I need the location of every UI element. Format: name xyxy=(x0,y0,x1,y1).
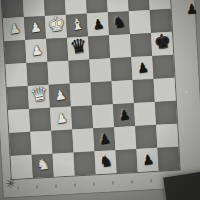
square-c1r3[interactable] xyxy=(4,40,26,64)
piece-black-q[interactable]: ♛ xyxy=(68,35,88,56)
square-c4r3[interactable]: ♛ xyxy=(67,37,89,61)
square-c5r6[interactable] xyxy=(92,104,114,128)
piece-white-p[interactable]: ♟ xyxy=(29,43,43,58)
square-c6r6[interactable]: ♟ xyxy=(113,103,135,127)
board-tilt-wrapper: ♟♟♚♝♟♞♟♛♚♟♛♟♟♟♟♞♞♟ ✳ · · · · xyxy=(0,0,200,197)
square-c2r6[interactable] xyxy=(29,108,51,132)
square-c6r7[interactable] xyxy=(114,126,136,150)
square-c3r5[interactable]: ♟ xyxy=(49,84,71,108)
piece-white-n[interactable]: ♞ xyxy=(35,156,51,173)
square-c2r5[interactable]: ♛ xyxy=(28,85,50,109)
piece-black-p[interactable]: ♟ xyxy=(117,107,131,122)
square-c3r7[interactable] xyxy=(51,130,73,154)
square-c5r2[interactable]: ♟ xyxy=(87,12,109,36)
square-c5r7[interactable]: ♟ xyxy=(93,127,115,151)
square-c3r8[interactable] xyxy=(53,152,75,176)
square-c1r2[interactable]: ♟ xyxy=(3,17,25,41)
frame-bottom-tick-marks xyxy=(17,177,187,189)
square-c7r3[interactable] xyxy=(130,33,152,57)
square-c6r8[interactable] xyxy=(115,149,137,173)
square-c5r4[interactable] xyxy=(89,58,111,82)
piece-white-p[interactable]: ♟ xyxy=(53,87,67,102)
piece-black-n[interactable]: ♞ xyxy=(111,14,127,31)
square-c1r4[interactable] xyxy=(5,63,27,87)
square-c6r2[interactable]: ♞ xyxy=(108,11,130,35)
square-c4r4[interactable] xyxy=(68,59,90,83)
square-c7r7[interactable] xyxy=(135,125,157,149)
square-c1r7[interactable] xyxy=(9,132,31,156)
piece-white-q[interactable]: ♛ xyxy=(29,83,49,104)
square-c2r8[interactable]: ♞ xyxy=(32,154,54,178)
square-c6r4[interactable] xyxy=(110,57,132,81)
square-c3r3[interactable] xyxy=(46,38,68,62)
square-c8r8[interactable] xyxy=(157,147,179,171)
square-c8r4[interactable] xyxy=(152,55,174,79)
square-c4r1[interactable] xyxy=(65,0,87,15)
board-frame: ♟♟♚♝♟♞♟♛♚♟♛♟♟♟♟♞♞♟ ✳ · · · · xyxy=(0,0,200,197)
piece-white-k[interactable]: ♚ xyxy=(46,13,66,34)
square-c5r8[interactable]: ♞ xyxy=(94,150,116,174)
piece-black-n[interactable]: ♞ xyxy=(98,153,114,170)
piece-white-p[interactable]: ♟ xyxy=(54,110,68,125)
chessboard-photo: ♟♟♚♝♟♞♟♛♚♟♛♟♟♟♟♞♞♟ ✳ · · · · ♟ xyxy=(0,0,200,200)
square-c4r8[interactable] xyxy=(74,151,96,175)
piece-black-k[interactable]: ♚ xyxy=(152,30,172,51)
square-c7r5[interactable] xyxy=(133,79,155,103)
square-c2r2[interactable]: ♟ xyxy=(24,16,46,40)
square-c5r5[interactable] xyxy=(91,81,113,105)
square-c6r3[interactable] xyxy=(109,34,131,58)
square-c5r3[interactable] xyxy=(88,35,110,59)
square-c4r5[interactable] xyxy=(70,82,92,106)
square-c8r7[interactable] xyxy=(156,124,178,148)
square-c8r5[interactable] xyxy=(154,78,176,102)
frame-corner-ornament-icon: ✳ xyxy=(5,176,17,192)
chess-board: ♟♟♚♝♟♞♟♛♚♟♛♟♟♟♟♞♞♟ xyxy=(2,0,180,179)
square-c7r4[interactable]: ♟ xyxy=(131,56,153,80)
piece-black-p[interactable]: ♟ xyxy=(141,151,155,166)
piece-black-p[interactable]: ♟ xyxy=(97,131,111,146)
square-c7r8[interactable]: ♟ xyxy=(136,148,158,172)
square-c4r6[interactable] xyxy=(71,105,93,129)
square-c4r7[interactable] xyxy=(72,128,94,152)
square-c8r3[interactable]: ♚ xyxy=(151,32,173,56)
piece-black-p[interactable]: ♟ xyxy=(91,16,105,31)
square-c3r4[interactable] xyxy=(47,61,69,85)
piece-white-p[interactable]: ♟ xyxy=(7,21,21,36)
square-c2r1[interactable] xyxy=(23,0,45,17)
square-c8r6[interactable] xyxy=(155,101,177,125)
piece-black-p[interactable]: ♟ xyxy=(136,60,150,75)
captured-black-pawn: ♟ xyxy=(186,2,199,16)
piece-white-p[interactable]: ♟ xyxy=(28,20,42,35)
square-c7r6[interactable] xyxy=(134,102,156,126)
square-c2r7[interactable] xyxy=(30,131,52,155)
piece-white-b[interactable]: ♝ xyxy=(69,16,85,33)
square-c2r3[interactable]: ♟ xyxy=(25,39,47,63)
square-c1r6[interactable] xyxy=(8,109,30,133)
square-c3r6[interactable]: ♟ xyxy=(50,107,72,131)
square-c1r5[interactable] xyxy=(7,86,29,110)
square-c7r2[interactable] xyxy=(129,10,151,34)
square-c1r1[interactable] xyxy=(2,0,24,18)
square-c6r5[interactable] xyxy=(112,80,134,104)
square-c3r2[interactable]: ♚ xyxy=(45,15,67,39)
